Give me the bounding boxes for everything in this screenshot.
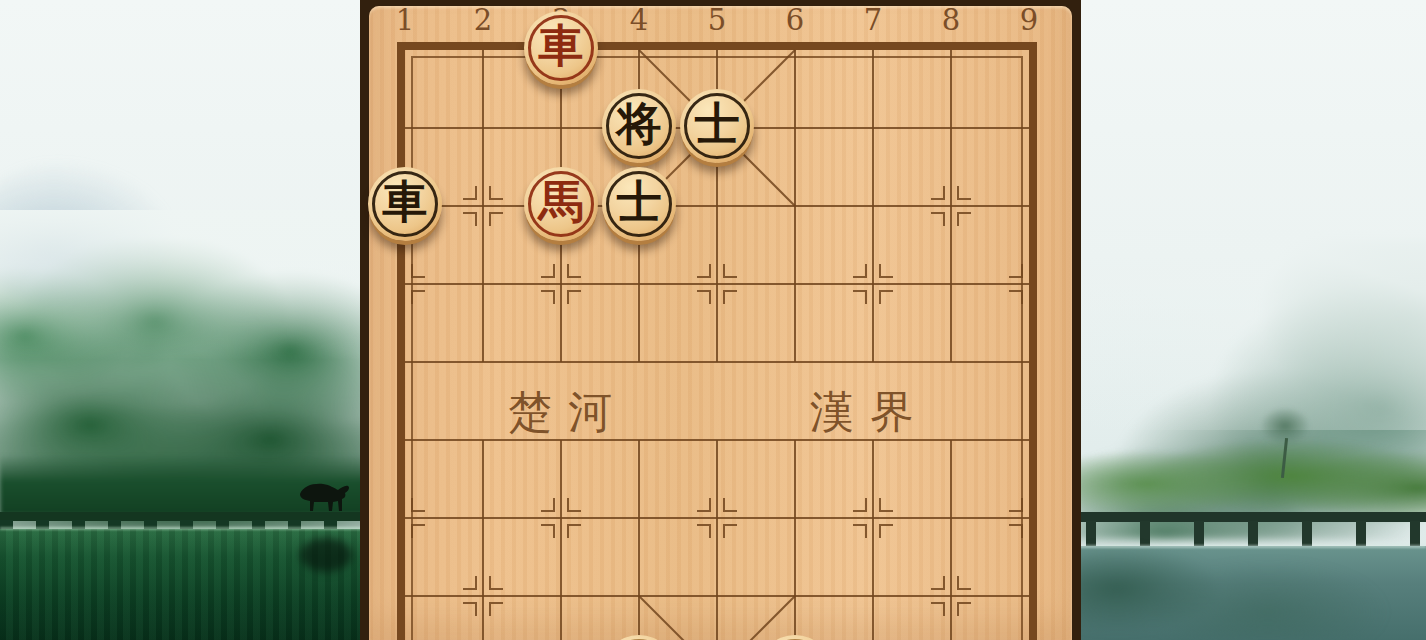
right-grass-bank (1075, 440, 1426, 520)
river-text-han-jie: 漢界 (802, 383, 930, 442)
piece-glyph (758, 633, 832, 640)
xiangqi-board[interactable]: 123456789 楚河 漢界 車将士車馬士 (360, 0, 1081, 640)
river-text-chu-he: 楚河 (500, 383, 628, 442)
piece-black-black-advisor-f5r2[interactable]: 士 (680, 89, 754, 163)
piece-glyph: 士 (602, 165, 676, 239)
piece-glyph: 馬 (524, 165, 598, 239)
small-tree-trunk (1281, 438, 1288, 478)
piece-red-red-chariot-f3r1[interactable]: 車 (524, 11, 598, 85)
right-water-reflections (1075, 546, 1426, 640)
piece-glyph: 車 (368, 165, 442, 239)
piece-black-black-general-f4r2[interactable]: 将 (602, 89, 676, 163)
piece-unknown-unidentified-piece-cut-off-f4r9[interactable] (602, 635, 676, 640)
buffalo-reflection (300, 538, 352, 572)
piece-unknown-unidentified-piece-cut-off-f6r9[interactable] (758, 635, 832, 640)
small-tree (1255, 408, 1315, 478)
piece-glyph: 車 (524, 9, 598, 83)
column-label-9: 9 (1009, 2, 1049, 38)
piece-red-red-horse-f3r3[interactable]: 馬 (524, 167, 598, 241)
column-label-7: 7 (853, 2, 893, 38)
right-footbridge-posts (1086, 521, 1426, 548)
piece-glyph: 士 (680, 87, 754, 161)
column-label-6: 6 (775, 2, 815, 38)
right-waterline (1075, 545, 1426, 548)
piece-black-black-chariot-f1r3[interactable]: 車 (368, 167, 442, 241)
column-label-8: 8 (931, 2, 971, 38)
water-buffalo-silhouette (297, 477, 351, 517)
right-mist (1075, 230, 1426, 430)
left-waterline (0, 527, 362, 530)
piece-glyph (602, 633, 676, 640)
column-label-4: 4 (619, 2, 659, 38)
left-mist (0, 210, 380, 360)
piece-glyph: 将 (602, 87, 676, 161)
column-label-1: 1 (385, 2, 425, 38)
app-window: 123456789 楚河 漢界 車将士車馬士 (0, 0, 1426, 640)
piece-black-black-advisor-f4r3[interactable]: 士 (602, 167, 676, 241)
column-label-5: 5 (697, 2, 737, 38)
column-label-2: 2 (463, 2, 503, 38)
